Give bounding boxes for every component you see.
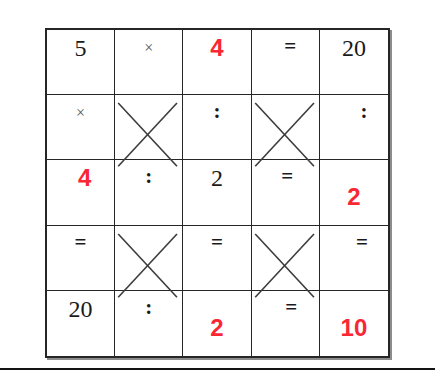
grid-cell-r1c1: 5 <box>47 30 115 95</box>
cross-out-icon <box>117 103 178 166</box>
grid-cell-r2c3: : <box>183 95 251 160</box>
cell-text: : <box>145 297 152 318</box>
grid-cell-r1c4: = <box>252 30 320 95</box>
cell-text: = <box>285 297 297 318</box>
grid-cell-r2c4 <box>252 95 320 160</box>
grid-cell-r5c2: : <box>115 291 183 356</box>
cell-text: × <box>76 105 85 121</box>
grid-cell-r4c1: = <box>47 226 115 291</box>
cross-out-icon <box>254 234 315 297</box>
grid-cell-r4c3: = <box>183 226 251 291</box>
cell-text: 10 <box>341 316 368 340</box>
grid-cell-r4c5: = <box>320 226 388 291</box>
worksheet-canvas: 5×4=20×::4:2=2===20:2=10 <box>0 0 435 376</box>
grid-cell-r1c5: 20 <box>320 30 388 95</box>
cell-text: 5 <box>75 36 87 60</box>
cell-text: : <box>360 101 367 122</box>
cell-text: 4 <box>78 166 91 190</box>
cross-out-icon <box>117 234 178 297</box>
cell-text: = <box>211 232 223 253</box>
cell-text: : <box>213 101 220 122</box>
cell-text: 2 <box>211 166 223 190</box>
cell-text: 20 <box>342 36 366 60</box>
grid-cell-r5c4: = <box>252 291 320 356</box>
grid-cell-r1c3: 4 <box>183 30 251 95</box>
grid-cell-r5c5: 10 <box>320 291 388 356</box>
grid-cell-r2c1: × <box>47 95 115 160</box>
cell-text: × <box>144 40 153 56</box>
cell-text: 4 <box>210 36 223 60</box>
cell-text: 2 <box>210 316 223 340</box>
grid-cell-r4c4 <box>252 226 320 291</box>
grid-cell-r5c3: 2 <box>183 291 251 356</box>
cell-text: = <box>281 166 293 187</box>
grid-cell-r3c3: 2 <box>183 160 251 225</box>
cell-text: 20 <box>69 297 93 321</box>
grid-cell-r3c4: = <box>252 160 320 225</box>
grid-cell-r2c5: : <box>320 95 388 160</box>
cell-text: = <box>284 36 296 57</box>
cell-text: = <box>356 232 368 253</box>
grid-cell-r4c2 <box>115 226 183 291</box>
cell-text: : <box>145 166 152 187</box>
cell-text: = <box>75 232 87 253</box>
grid-cell-r3c1: 4 <box>47 160 115 225</box>
board: 5×4=20×::4:2=2===20:2=10 <box>45 28 390 358</box>
grid-cell-r3c2: : <box>115 160 183 225</box>
grid-cell-r3c5: 2 <box>320 160 388 225</box>
page-bottom-rule <box>0 368 435 370</box>
cell-text: 2 <box>347 185 360 209</box>
grid-cell-r1c2: × <box>115 30 183 95</box>
cross-out-icon <box>254 103 315 166</box>
grid-cell-r5c1: 20 <box>47 291 115 356</box>
grid-cell-r2c2 <box>115 95 183 160</box>
